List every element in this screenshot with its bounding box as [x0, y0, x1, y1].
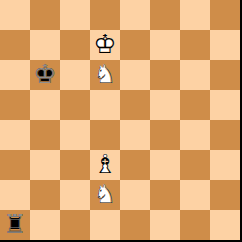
- square-d2[interactable]: ♞♘: [90, 180, 120, 210]
- chess-board-frame: ♚♔♚♔♞♘♝♗♞♘♜♖: [0, 0, 242, 242]
- square-g7[interactable]: [180, 30, 210, 60]
- square-e4[interactable]: [120, 120, 150, 150]
- square-c7[interactable]: [60, 30, 90, 60]
- square-a7[interactable]: [0, 30, 30, 60]
- square-d3[interactable]: ♝♗: [90, 150, 120, 180]
- square-a8[interactable]: [0, 0, 30, 30]
- black-king-glyph-outline: ♔: [30, 60, 60, 90]
- square-h6[interactable]: [210, 60, 240, 90]
- square-f3[interactable]: [150, 150, 180, 180]
- square-c5[interactable]: [60, 90, 90, 120]
- square-a5[interactable]: [0, 90, 30, 120]
- square-g5[interactable]: [180, 90, 210, 120]
- square-h5[interactable]: [210, 90, 240, 120]
- square-e1[interactable]: [120, 210, 150, 240]
- square-e6[interactable]: [120, 60, 150, 90]
- square-b6[interactable]: ♚♔: [30, 60, 60, 90]
- square-h8[interactable]: [210, 0, 240, 30]
- white-knight-glyph-outline: ♘: [90, 60, 120, 90]
- square-g6[interactable]: [180, 60, 210, 90]
- square-b2[interactable]: [30, 180, 60, 210]
- square-e8[interactable]: [120, 0, 150, 30]
- square-b5[interactable]: [30, 90, 60, 120]
- square-f8[interactable]: [150, 0, 180, 30]
- square-h4[interactable]: [210, 120, 240, 150]
- piece-white-bishop[interactable]: ♝♗: [90, 150, 120, 180]
- square-a2[interactable]: [0, 180, 30, 210]
- square-f2[interactable]: [150, 180, 180, 210]
- square-a6[interactable]: [0, 60, 30, 90]
- square-b3[interactable]: [30, 150, 60, 180]
- square-c4[interactable]: [60, 120, 90, 150]
- square-c1[interactable]: [60, 210, 90, 240]
- square-e7[interactable]: [120, 30, 150, 60]
- square-f4[interactable]: [150, 120, 180, 150]
- square-g3[interactable]: [180, 150, 210, 180]
- piece-white-knight[interactable]: ♞♘: [90, 60, 120, 90]
- white-bishop-glyph-outline: ♗: [90, 150, 120, 180]
- square-f6[interactable]: [150, 60, 180, 90]
- square-d1[interactable]: [90, 210, 120, 240]
- piece-black-king[interactable]: ♚♔: [30, 60, 60, 90]
- square-b1[interactable]: [30, 210, 60, 240]
- square-d6[interactable]: ♞♘: [90, 60, 120, 90]
- square-e2[interactable]: [120, 180, 150, 210]
- black-rook-glyph-outline: ♖: [0, 210, 30, 240]
- square-b8[interactable]: [30, 0, 60, 30]
- square-g1[interactable]: [180, 210, 210, 240]
- square-g4[interactable]: [180, 120, 210, 150]
- square-d7[interactable]: ♚♔: [90, 30, 120, 60]
- square-c3[interactable]: [60, 150, 90, 180]
- square-h7[interactable]: [210, 30, 240, 60]
- square-d5[interactable]: [90, 90, 120, 120]
- square-b7[interactable]: [30, 30, 60, 60]
- chess-board: ♚♔♚♔♞♘♝♗♞♘♜♖: [0, 0, 240, 240]
- square-c2[interactable]: [60, 180, 90, 210]
- square-f1[interactable]: [150, 210, 180, 240]
- square-b4[interactable]: [30, 120, 60, 150]
- white-king-glyph-outline: ♔: [90, 30, 120, 60]
- piece-white-king[interactable]: ♚♔: [90, 30, 120, 60]
- square-g2[interactable]: [180, 180, 210, 210]
- square-a4[interactable]: [0, 120, 30, 150]
- piece-white-knight[interactable]: ♞♘: [90, 180, 120, 210]
- square-h2[interactable]: [210, 180, 240, 210]
- square-f5[interactable]: [150, 90, 180, 120]
- square-f7[interactable]: [150, 30, 180, 60]
- square-d4[interactable]: [90, 120, 120, 150]
- square-e5[interactable]: [120, 90, 150, 120]
- square-d8[interactable]: [90, 0, 120, 30]
- square-a1[interactable]: ♜♖: [0, 210, 30, 240]
- square-h1[interactable]: [210, 210, 240, 240]
- square-a3[interactable]: [0, 150, 30, 180]
- square-g8[interactable]: [180, 0, 210, 30]
- square-c8[interactable]: [60, 0, 90, 30]
- square-h3[interactable]: [210, 150, 240, 180]
- piece-black-rook[interactable]: ♜♖: [0, 210, 30, 240]
- square-e3[interactable]: [120, 150, 150, 180]
- white-knight-glyph-outline: ♘: [90, 180, 120, 210]
- square-c6[interactable]: [60, 60, 90, 90]
